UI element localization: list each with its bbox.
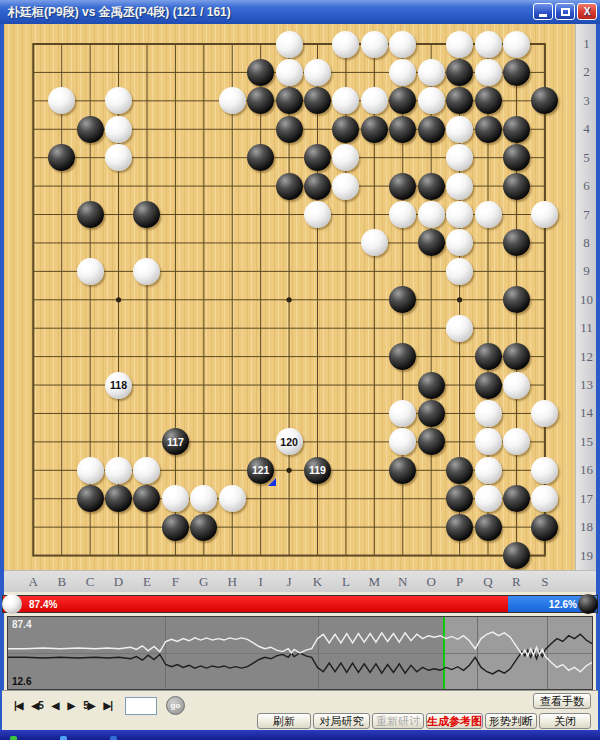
black-stone-icon bbox=[578, 594, 598, 614]
stone-white-F17 bbox=[162, 485, 189, 512]
row-label-19: 19 bbox=[576, 548, 597, 564]
stone-white-O7 bbox=[418, 201, 445, 228]
row-label-11: 11 bbox=[576, 320, 597, 336]
winrate-graph[interactable]: 87.4 12.6 bbox=[7, 616, 593, 690]
row-label-10: 10 bbox=[576, 292, 597, 308]
white-winrate-label: 87.4% bbox=[29, 599, 57, 610]
stone-black-R4 bbox=[503, 116, 530, 143]
stone-white-P1 bbox=[446, 31, 473, 58]
stone-white-H17 bbox=[219, 485, 246, 512]
row-label-13: 13 bbox=[576, 377, 597, 393]
close-icon: X bbox=[584, 6, 591, 17]
window-title: 朴廷桓(P9段) vs 金禹丞(P4段) (121 / 161) bbox=[8, 4, 231, 21]
column-label-R: R bbox=[506, 574, 526, 590]
stone-black-R6 bbox=[503, 173, 530, 200]
stone-black-F15: 117 bbox=[162, 428, 189, 455]
stone-white-N2 bbox=[389, 59, 416, 86]
stone-white-P9 bbox=[446, 258, 473, 285]
row-label-6: 6 bbox=[576, 178, 597, 194]
stone-white-C16 bbox=[77, 457, 104, 484]
move-number-label: 119 bbox=[304, 457, 331, 484]
stone-white-P11 bbox=[446, 315, 473, 342]
column-label-H: H bbox=[222, 574, 242, 590]
stone-white-D4 bbox=[105, 116, 132, 143]
stone-white-P6 bbox=[446, 173, 473, 200]
column-label-P: P bbox=[450, 574, 470, 590]
stone-white-R13 bbox=[503, 372, 530, 399]
nav-first-button[interactable]: |◀ bbox=[14, 700, 23, 711]
nav-forward5-button[interactable]: 5▶ bbox=[83, 700, 94, 711]
stone-white-M3 bbox=[361, 87, 388, 114]
column-label-C: C bbox=[80, 574, 100, 590]
stone-white-L6 bbox=[332, 173, 359, 200]
stone-white-D13: 118 bbox=[105, 372, 132, 399]
move-number-input[interactable] bbox=[125, 697, 157, 715]
stone-white-Q16 bbox=[475, 457, 502, 484]
nav-back-button[interactable]: ◀ bbox=[52, 700, 59, 711]
nav-forward-button[interactable]: ▶ bbox=[67, 700, 74, 711]
stone-black-C17 bbox=[77, 485, 104, 512]
stone-black-L4 bbox=[332, 116, 359, 143]
column-label-F: F bbox=[165, 574, 185, 590]
stone-black-N16 bbox=[389, 457, 416, 484]
taskbar-icon bbox=[60, 736, 67, 740]
stone-black-I2 bbox=[247, 59, 274, 86]
black-winrate-line bbox=[8, 634, 592, 674]
row-label-14: 14 bbox=[576, 405, 597, 421]
stone-black-R10 bbox=[503, 286, 530, 313]
control-bar: |◀ ◀5 ◀ ▶ 5▶ ▶| go 查看手数 刷新 对局研究 重新研讨 生成参… bbox=[2, 690, 598, 730]
stone-white-P7 bbox=[446, 201, 473, 228]
maximize-icon bbox=[561, 8, 570, 16]
stone-white-R1 bbox=[503, 31, 530, 58]
stone-white-P4 bbox=[446, 116, 473, 143]
go-app-window: 朴廷桓(P9段) vs 金禹丞(P4段) (121 / 161) X 11811… bbox=[0, 0, 600, 740]
stone-black-Q3 bbox=[475, 87, 502, 114]
game-research-button[interactable]: 对局研究 bbox=[313, 713, 370, 729]
stone-black-K16: 119 bbox=[304, 457, 331, 484]
stone-black-K5 bbox=[304, 144, 331, 171]
taskbar-icon bbox=[10, 736, 17, 740]
stone-white-K7 bbox=[304, 201, 331, 228]
column-label-A: A bbox=[23, 574, 43, 590]
stone-black-O13 bbox=[418, 372, 445, 399]
navigation-row: |◀ ◀5 ◀ ▶ 5▶ ▶| go bbox=[14, 696, 185, 715]
nav-last-button[interactable]: ▶| bbox=[103, 700, 112, 711]
column-label-I: I bbox=[251, 574, 271, 590]
stone-black-O4 bbox=[418, 116, 445, 143]
column-letters-strip: ABCDEFGHIJKLMNOPQRS bbox=[4, 570, 596, 592]
stone-black-O8 bbox=[418, 229, 445, 256]
column-label-M: M bbox=[364, 574, 384, 590]
stone-white-J15: 120 bbox=[276, 428, 303, 455]
stone-black-C7 bbox=[77, 201, 104, 228]
move-number-label: 117 bbox=[162, 428, 189, 455]
column-label-G: G bbox=[194, 574, 214, 590]
close-button[interactable]: X bbox=[577, 3, 597, 20]
stone-black-O14 bbox=[418, 400, 445, 427]
taskbar-icon bbox=[110, 736, 117, 740]
refresh-button[interactable]: 刷新 bbox=[257, 713, 311, 729]
row-label-8: 8 bbox=[576, 235, 597, 251]
stone-black-G18 bbox=[190, 514, 217, 541]
row-label-7: 7 bbox=[576, 207, 597, 223]
maximize-button[interactable] bbox=[555, 3, 575, 20]
stone-black-I16: 121 bbox=[247, 457, 274, 484]
graph-bottom-label: 12.6 bbox=[12, 676, 31, 687]
stone-white-N1 bbox=[389, 31, 416, 58]
row-numbers-strip: 12345678910111213141516171819 bbox=[575, 24, 596, 570]
stone-black-Q13 bbox=[475, 372, 502, 399]
stone-black-J6 bbox=[276, 173, 303, 200]
stone-black-Q18 bbox=[475, 514, 502, 541]
row-label-16: 16 bbox=[576, 462, 597, 478]
stone-black-S18 bbox=[531, 514, 558, 541]
titlebar: 朴廷桓(P9段) vs 金禹丞(P4段) (121 / 161) X bbox=[0, 0, 600, 24]
column-label-O: O bbox=[421, 574, 441, 590]
stone-white-Q2 bbox=[475, 59, 502, 86]
black-winrate-label: 12.6% bbox=[549, 599, 577, 610]
stone-white-L1 bbox=[332, 31, 359, 58]
stone-black-O15 bbox=[418, 428, 445, 455]
column-label-B: B bbox=[52, 574, 72, 590]
move-number-label: 120 bbox=[276, 428, 303, 455]
stone-black-R12 bbox=[503, 343, 530, 370]
stone-black-K6 bbox=[304, 173, 331, 200]
stone-black-F18 bbox=[162, 514, 189, 541]
column-label-S: S bbox=[535, 574, 555, 590]
stone-white-H3 bbox=[219, 87, 246, 114]
row-label-5: 5 bbox=[576, 150, 597, 166]
current-move-marker-icon bbox=[268, 478, 276, 486]
stone-white-J1 bbox=[276, 31, 303, 58]
row-label-15: 15 bbox=[576, 434, 597, 450]
white-winrate-segment: 87.4% bbox=[3, 596, 508, 612]
column-label-N: N bbox=[393, 574, 413, 590]
column-label-L: L bbox=[336, 574, 356, 590]
stone-white-N14 bbox=[389, 400, 416, 427]
stone-black-J3 bbox=[276, 87, 303, 114]
graph-lines bbox=[8, 617, 592, 689]
stone-white-O2 bbox=[418, 59, 445, 86]
column-label-D: D bbox=[109, 574, 129, 590]
stone-white-M1 bbox=[361, 31, 388, 58]
stone-white-Q14 bbox=[475, 400, 502, 427]
stone-white-O3 bbox=[418, 87, 445, 114]
stone-black-R19 bbox=[503, 542, 530, 569]
generate-reference-button[interactable]: 生成参考图 bbox=[426, 713, 483, 729]
stone-white-K2 bbox=[304, 59, 331, 86]
move-number-label: 118 bbox=[105, 372, 132, 399]
stone-black-C4 bbox=[77, 116, 104, 143]
stone-black-J4 bbox=[276, 116, 303, 143]
stone-white-Q17 bbox=[475, 485, 502, 512]
stone-white-S16 bbox=[531, 457, 558, 484]
stone-black-R5 bbox=[503, 144, 530, 171]
row-label-1: 1 bbox=[576, 36, 597, 52]
white-winrate-line bbox=[8, 632, 592, 672]
row-label-17: 17 bbox=[576, 491, 597, 507]
stone-black-O6 bbox=[418, 173, 445, 200]
close-dialog-button[interactable]: 关闭 bbox=[539, 713, 591, 729]
column-label-Q: Q bbox=[478, 574, 498, 590]
rediscuss-button: 重新研讨 bbox=[372, 713, 424, 729]
column-label-K: K bbox=[308, 574, 328, 590]
winrate-bar: 87.4% 12.6% bbox=[2, 595, 598, 613]
white-stone-icon bbox=[2, 594, 22, 614]
stone-white-J2 bbox=[276, 59, 303, 86]
row-label-18: 18 bbox=[576, 519, 597, 535]
window-controls: X bbox=[533, 3, 597, 20]
graph-top-label: 87.4 bbox=[12, 619, 31, 630]
stone-black-Q4 bbox=[475, 116, 502, 143]
minimize-icon bbox=[539, 14, 547, 17]
column-label-J: J bbox=[279, 574, 299, 590]
stone-white-Q15 bbox=[475, 428, 502, 455]
stone-black-N4 bbox=[389, 116, 416, 143]
stone-black-Q12 bbox=[475, 343, 502, 370]
stone-white-Q7 bbox=[475, 201, 502, 228]
position-judge-button[interactable]: 形势判断 bbox=[485, 713, 537, 729]
row-label-3: 3 bbox=[576, 93, 597, 109]
taskbar-strip bbox=[0, 730, 600, 740]
row-label-12: 12 bbox=[576, 349, 597, 365]
stone-white-C9 bbox=[77, 258, 104, 285]
nav-back5-button[interactable]: ◀5 bbox=[32, 700, 43, 711]
stone-black-P2 bbox=[446, 59, 473, 86]
stone-black-P18 bbox=[446, 514, 473, 541]
view-moves-button[interactable]: 查看手数 bbox=[533, 693, 591, 709]
stone-black-M4 bbox=[361, 116, 388, 143]
row-label-9: 9 bbox=[576, 263, 597, 279]
go-button[interactable]: go bbox=[166, 696, 185, 715]
stone-black-R2 bbox=[503, 59, 530, 86]
minimize-button[interactable] bbox=[533, 3, 553, 20]
column-label-E: E bbox=[137, 574, 157, 590]
stone-black-P16 bbox=[446, 457, 473, 484]
stone-black-R17 bbox=[503, 485, 530, 512]
stone-black-N6 bbox=[389, 173, 416, 200]
row-label-2: 2 bbox=[576, 64, 597, 80]
stone-white-D16 bbox=[105, 457, 132, 484]
stone-white-Q1 bbox=[475, 31, 502, 58]
row-label-4: 4 bbox=[576, 121, 597, 137]
